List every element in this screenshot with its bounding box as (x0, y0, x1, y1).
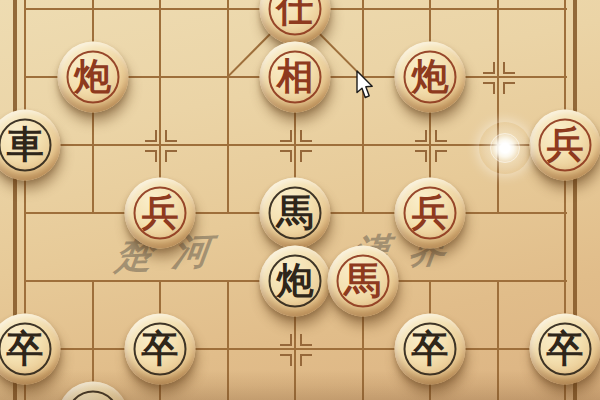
piece-glyph: 兵 (547, 126, 584, 163)
board-line (227, 0, 229, 214)
star-point-marker (503, 62, 515, 74)
xiangqi-board: 楚河 漢界 仕炮相炮車兵兵馬兵炮馬卒卒卒卒 (0, 0, 600, 400)
piece-red-soldier[interactable]: 兵 (395, 178, 466, 249)
star-point-marker (280, 150, 292, 162)
star-point-marker (483, 62, 495, 74)
piece-black-soldier[interactable]: 卒 (395, 314, 466, 385)
piece-glyph: 卒 (7, 330, 44, 367)
board-line (362, 0, 364, 214)
star-point-marker (165, 130, 177, 142)
piece-glyph: 車 (7, 126, 44, 163)
piece-glyph: 炮 (277, 262, 314, 299)
piece-glyph: 相 (277, 58, 314, 95)
piece-glyph: 炮 (74, 58, 111, 95)
piece-red-elephant[interactable]: 相 (260, 42, 331, 113)
piece-glyph: 卒 (142, 330, 179, 367)
star-point-marker (435, 150, 447, 162)
piece-black-unknown-partial[interactable] (57, 382, 128, 400)
piece-black-soldier[interactable]: 卒 (530, 314, 600, 385)
star-point-marker (280, 130, 292, 142)
star-point-marker (300, 150, 312, 162)
star-point-marker (300, 354, 312, 366)
star-point-marker (145, 130, 157, 142)
piece-ring (66, 391, 119, 400)
piece-red-advisor[interactable]: 仕 (260, 0, 331, 45)
piece-red-cannon[interactable]: 炮 (57, 42, 128, 113)
board-line (497, 0, 499, 214)
piece-glyph: 卒 (547, 330, 584, 367)
star-point-marker (165, 150, 177, 162)
highlight-glow (479, 122, 531, 174)
piece-glyph: 炮 (412, 58, 449, 95)
piece-glyph: 馬 (277, 194, 314, 231)
piece-glyph: 卒 (412, 330, 449, 367)
piece-red-soldier[interactable]: 兵 (125, 178, 196, 249)
star-point-marker (280, 334, 292, 346)
piece-glyph: 仕 (277, 0, 314, 27)
piece-glyph: 馬 (344, 262, 381, 299)
star-point-marker (435, 130, 447, 142)
piece-black-cannon[interactable]: 炮 (260, 246, 331, 317)
star-point-marker (503, 82, 515, 94)
piece-glyph: 兵 (142, 194, 179, 231)
star-point-marker (280, 354, 292, 366)
star-point-marker (415, 130, 427, 142)
mouse-cursor-icon (356, 70, 378, 100)
star-point-marker (415, 150, 427, 162)
piece-glyph: 兵 (412, 194, 449, 231)
board-line (227, 280, 229, 400)
star-point-marker (145, 150, 157, 162)
piece-red-soldier[interactable]: 兵 (530, 110, 600, 181)
piece-black-soldier[interactable]: 卒 (125, 314, 196, 385)
star-point-marker (483, 82, 495, 94)
board-line (497, 280, 499, 400)
piece-black-soldier[interactable]: 卒 (0, 314, 61, 385)
star-point-marker (300, 334, 312, 346)
piece-red-horse[interactable]: 馬 (327, 246, 398, 317)
star-point-marker (300, 130, 312, 142)
piece-black-horse[interactable]: 馬 (260, 178, 331, 249)
piece-red-cannon[interactable]: 炮 (395, 42, 466, 113)
piece-black-chariot[interactable]: 車 (0, 110, 61, 181)
